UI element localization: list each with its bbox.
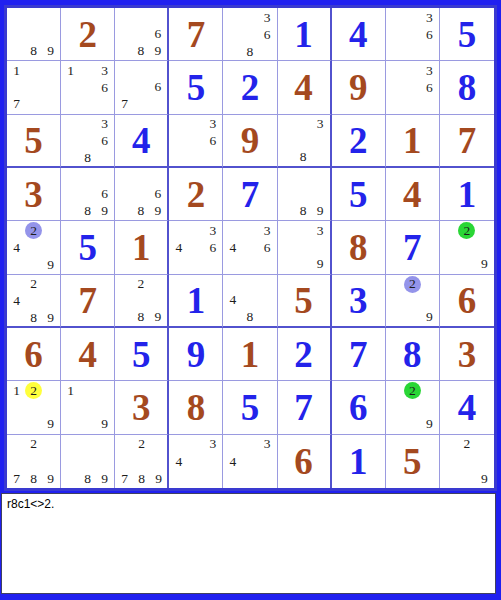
candidate-slot [241,276,258,291]
cell-r7c7[interactable]: 7 [332,328,386,381]
cell-r7c4[interactable]: 9 [169,328,223,381]
candidate-slot [62,185,79,202]
candidate-slot [224,43,241,60]
candidate-slot [312,133,329,148]
candidate-7: 7 [8,470,25,487]
candidate-slot [187,133,204,150]
candidate-slot [279,148,295,165]
cell-r7c3[interactable]: 5 [115,328,169,381]
cell-r1c1[interactable]: 89 [7,8,61,61]
cell-r6c8[interactable]: 29 [386,275,440,328]
candidate-slot [96,150,113,167]
cell-r5c9[interactable]: 29 [440,221,494,274]
candidate-grid: 67 [115,61,167,113]
candidate-6: 6 [259,26,276,43]
candidate-1: 1 [62,382,79,399]
candidate-slot [8,436,25,453]
candidate-slot [279,222,296,239]
candidate-slot [79,436,96,453]
candidate-slot: 3 [259,9,276,26]
candidate-slot: 9 [96,416,113,433]
cell-r1c7[interactable]: 4 [332,8,386,61]
candidate-3: 3 [312,222,329,239]
candidate-slot [224,222,241,239]
candidate-8: 8 [79,470,96,487]
cell-r4c2[interactable]: 689 [61,168,115,221]
cell-r7c8[interactable]: 8 [386,328,440,381]
cell-r8c9[interactable]: 4 [440,381,494,434]
candidate-slot: 6 [149,25,166,42]
cell-r5c7[interactable]: 8 [332,221,386,274]
candidate-2-highlight-purple: 2 [404,276,421,293]
candidate-slot [25,453,42,470]
candidate-3: 3 [259,222,276,239]
candidate-slot [387,308,404,325]
candidate-slot [259,276,276,291]
candidate-slot [259,470,276,487]
candidate-grid: 89 [278,168,330,220]
candidate-slot [25,96,42,113]
cell-r7c9[interactable]: 3 [440,328,494,381]
candidate-slot: 8 [132,308,149,325]
cell-r5c1[interactable]: 249 [7,221,61,274]
candidate-2: 2 [133,436,150,453]
candidate-slot: 6 [259,26,276,43]
candidate-slot [133,453,150,470]
candidate-slot [187,436,204,453]
cell-r8c4[interactable]: 8 [169,381,223,434]
candidate-4: 4 [170,453,187,470]
candidate-slot [295,169,312,186]
candidate-slot [79,185,96,202]
cell-r2c2[interactable]: 136 [61,61,115,114]
cell-r5c2[interactable]: 5 [61,221,115,274]
cell-r3c7[interactable]: 2 [332,115,386,168]
candidate-slot [259,256,276,272]
cell-r9c3[interactable]: 2789 [115,435,169,488]
candidate-slot [441,256,458,273]
candidate-slot: 9 [42,416,59,433]
candidate-slot: 3 [96,62,113,79]
candidate-slot [404,79,421,96]
candidate-8: 8 [25,310,42,327]
solved-digit: 5 [241,389,260,426]
candidate-9: 9 [42,416,59,433]
solved-digit: 1 [349,443,368,480]
solved-digit: 5 [78,229,97,266]
candidate-slot [42,26,59,43]
cell-r2c6[interactable]: 4 [278,61,332,114]
cell-r9c9[interactable]: 29 [440,435,494,488]
candidate-slot [96,399,113,415]
cell-r3c8[interactable]: 1 [386,115,440,168]
cell-r6c9[interactable]: 6 [440,275,494,328]
cell-r1c5[interactable]: 368 [223,8,277,61]
candidate-slot [241,239,258,256]
candidate-3: 3 [312,116,329,133]
candidate-8: 8 [295,148,312,165]
candidate-slot [187,470,204,487]
candidate-9: 9 [149,42,166,59]
candidate-grid: 2789 [115,435,167,488]
candidate-slot: 9 [312,202,329,219]
candidate-slot: 9 [42,310,59,327]
cell-r5c8[interactable]: 7 [386,221,440,274]
cell-r2c9[interactable]: 8 [440,61,494,114]
candidate-8: 8 [79,150,96,167]
cell-r3c1[interactable]: 5 [7,115,61,168]
candidate-grid: 689 [115,168,167,220]
given-digit: 3 [458,336,477,373]
cell-r7c2[interactable]: 4 [61,328,115,381]
candidate-slot [295,186,312,203]
candidate-slot [458,256,475,273]
cell-r9c4[interactable]: 34 [169,435,223,488]
candidate-slot: 2 [458,222,475,239]
candidate-slot [62,150,79,167]
candidate-8: 8 [241,308,258,325]
candidate-6: 6 [96,133,113,150]
candidate-slot: 3 [421,62,438,79]
candidate-slot [62,96,79,112]
candidate-slot: 2 [133,436,150,453]
cell-r1c4[interactable]: 7 [169,8,223,61]
cell-r2c4[interactable]: 5 [169,61,223,114]
candidate-9: 9 [312,202,329,219]
cell-r4c1[interactable]: 3 [7,168,61,221]
candidate-slot [224,470,241,487]
candidate-slot: 9 [42,256,59,273]
solved-digit: 2 [294,336,313,373]
candidate-slot [279,202,295,219]
candidate-3: 3 [96,62,113,79]
candidate-slot [133,79,149,96]
candidate-slot: 6 [149,79,166,96]
candidate-slot: 9 [476,256,493,273]
cell-r2c3[interactable]: 67 [115,61,169,114]
cell-r5c3[interactable]: 1 [115,221,169,274]
candidate-slot: 8 [25,42,42,59]
candidate-slot [149,276,166,293]
candidate-3: 3 [259,436,276,453]
cell-r9c7[interactable]: 1 [332,435,386,488]
candidate-slot [404,9,421,26]
candidate-slot: 7 [116,470,133,487]
candidate-slot [116,79,133,96]
candidate-slot: 6 [421,26,438,43]
cell-r8c5[interactable]: 5 [223,381,277,434]
given-digit: 1 [403,122,422,159]
candidate-6: 6 [259,239,276,256]
candidate-slot [42,399,59,415]
cell-r5c6[interactable]: 39 [278,221,332,274]
candidate-slot [133,62,149,78]
solved-digit: 5 [132,336,151,373]
candidate-slot [42,276,59,293]
candidate-grid: 2789 [7,435,60,488]
candidate-4: 4 [170,239,187,256]
cell-r4c9[interactable]: 1 [440,168,494,221]
candidate-slot [25,256,42,273]
candidate-slot [441,222,458,239]
candidate-slot [79,116,96,133]
candidate-1: 1 [8,382,25,399]
candidate-slot [42,222,59,239]
candidate-slot: 2 [404,382,421,399]
cell-r4c8[interactable]: 4 [386,168,440,221]
candidate-2: 2 [25,276,42,293]
cell-r1c3[interactable]: 689 [115,8,169,61]
candidate-slot [42,96,59,113]
cell-r9c6[interactable]: 6 [278,435,332,488]
candidate-slot: 6 [96,79,113,96]
candidate-slot [170,256,187,272]
candidate-slot [149,96,166,113]
cell-r4c6[interactable]: 89 [278,168,332,221]
candidate-slot: 8 [79,470,96,487]
candidate-slot: 8 [79,150,96,167]
candidate-slot [404,62,421,79]
given-digit: 4 [78,336,97,373]
candidate-3: 3 [421,9,438,26]
cell-r4c3[interactable]: 689 [115,168,169,221]
candidate-9: 9 [421,308,438,325]
candidate-slot: 3 [312,116,329,133]
cell-r6c5[interactable]: 48 [223,275,277,328]
candidate-slot: 8 [79,202,96,219]
candidate-4: 4 [8,239,25,256]
cell-r6c1[interactable]: 2489 [7,275,61,328]
candidate-grid: 2489 [7,275,60,326]
candidate-slot [404,416,421,433]
cell-r5c5[interactable]: 346 [223,221,277,274]
candidate-grid: 29 [386,381,439,433]
cell-r8c1[interactable]: 129 [7,381,61,434]
candidate-9: 9 [149,202,166,219]
candidate-8: 8 [295,202,312,219]
candidate-grid: 346 [223,221,276,273]
cell-r3c6[interactable]: 38 [278,115,332,168]
candidate-8: 8 [25,470,42,487]
cell-r5c4[interactable]: 346 [169,221,223,274]
candidate-slot [224,256,241,272]
cell-r8c3[interactable]: 3 [115,381,169,434]
candidate-9: 9 [96,470,113,487]
candidate-slot [25,239,42,256]
candidate-slot [42,79,59,95]
candidate-slot [458,470,475,487]
candidate-8: 8 [132,202,149,219]
candidate-slot [62,202,79,219]
given-digit: 1 [241,336,260,373]
cell-r1c8[interactable]: 36 [386,8,440,61]
cell-r3c2[interactable]: 368 [61,115,115,168]
solver-message-area: r8c1<>2. [1,493,496,594]
cell-r9c2[interactable]: 89 [61,435,115,488]
candidate-grid: 136 [61,61,114,113]
candidate-slot: 1 [62,382,79,399]
candidate-slot [116,42,132,59]
given-digit: 7 [458,122,477,159]
candidate-slot: 3 [204,436,221,453]
candidate-7: 7 [116,96,133,113]
candidate-grid: 89 [61,435,114,488]
cell-r8c8[interactable]: 29 [386,381,440,434]
candidate-grid: 289 [115,275,167,326]
cell-r7c5[interactable]: 1 [223,328,277,381]
candidate-slot [116,169,132,185]
cell-r6c3[interactable]: 289 [115,275,169,328]
cell-r3c3[interactable]: 4 [115,115,169,168]
cell-r3c9[interactable]: 7 [440,115,494,168]
candidate-1: 1 [8,62,25,79]
candidate-slot [421,276,438,293]
cell-r1c2[interactable]: 2 [61,8,115,61]
cell-r3c5[interactable]: 9 [223,115,277,168]
candidate-slot [404,399,421,415]
solved-digit: 8 [458,69,477,106]
given-digit: 7 [78,282,97,319]
candidate-slot: 4 [8,239,25,256]
candidate-slot: 4 [224,239,241,256]
candidate-slot [404,293,421,308]
candidate-slot [62,470,79,487]
candidate-slot: 6 [204,133,221,150]
candidate-grid: 249 [7,221,60,273]
sudoku-board: 8926897368143651713667524936853684369382… [4,5,497,491]
cell-r6c2[interactable]: 7 [61,275,115,328]
candidate-slot [259,453,276,470]
candidate-slot: 6 [149,185,166,202]
candidate-slot [387,9,404,26]
cell-r7c6[interactable]: 2 [278,328,332,381]
solved-digit: 5 [458,16,477,53]
cell-r8c6[interactable]: 7 [278,381,332,434]
cell-r6c7[interactable]: 3 [332,275,386,328]
candidate-slot [25,79,42,95]
candidate-slot [441,470,458,487]
candidate-slot [421,382,438,399]
solved-digit: 6 [349,389,368,426]
candidate-slot: 2 [404,276,421,293]
candidate-slot [116,453,133,470]
candidate-9: 9 [476,256,493,273]
candidate-slot: 4 [170,453,187,470]
candidate-slot [132,9,149,25]
candidate-slot: 9 [42,42,59,59]
cell-r8c7[interactable]: 6 [332,381,386,434]
candidate-slot: 8 [295,148,312,165]
candidate-slot: 2 [132,276,149,293]
given-digit: 5 [403,443,422,480]
candidate-9: 9 [42,310,59,327]
candidate-1: 1 [62,62,79,79]
candidate-slot: 8 [132,202,149,219]
candidate-slot [96,453,113,470]
candidate-3: 3 [204,436,221,453]
cell-r9c8[interactable]: 5 [386,435,440,488]
candidate-slot: 6 [96,185,113,202]
candidate-slot [132,293,149,308]
cell-r3c4[interactable]: 36 [169,115,223,168]
cell-r4c7[interactable]: 5 [332,168,386,221]
solved-digit: 2 [241,69,260,106]
candidate-slot [96,169,113,185]
candidate-slot: 3 [421,9,438,26]
candidate-slot: 4 [224,453,241,470]
candidate-slot [132,25,149,42]
solved-digit: 5 [349,176,368,213]
given-digit: 4 [294,69,313,106]
cell-r6c6[interactable]: 5 [278,275,332,328]
candidate-slot [170,150,187,165]
candidate-slot [62,133,79,150]
candidate-slot: 8 [241,308,258,325]
candidate-slot: 9 [149,42,166,59]
candidate-slot [241,291,258,308]
candidate-slot [42,293,59,310]
cell-r4c5[interactable]: 7 [223,168,277,221]
candidate-slot [224,308,241,325]
cell-r2c1[interactable]: 17 [7,61,61,114]
cell-r8c2[interactable]: 19 [61,381,115,434]
candidate-3: 3 [204,222,221,239]
candidate-grid: 39 [278,221,330,273]
cell-r1c6[interactable]: 1 [278,8,332,61]
candidate-2-highlight-yellow: 2 [25,382,42,399]
candidate-slot [8,42,25,59]
cell-r2c7[interactable]: 9 [332,61,386,114]
solved-digit: 7 [403,229,422,266]
candidate-slot [42,436,59,453]
candidate-slot [204,470,221,487]
cell-r6c4[interactable]: 1 [169,275,223,328]
cell-r2c8[interactable]: 36 [386,61,440,114]
cell-r7c1[interactable]: 6 [7,328,61,381]
candidate-slot [8,26,25,43]
candidate-2: 2 [25,436,42,453]
candidate-slot [170,133,187,150]
candidate-slot [295,239,312,255]
cell-r9c1[interactable]: 2789 [7,435,61,488]
candidate-slot [279,239,296,255]
candidate-6: 6 [149,79,166,96]
candidate-slot: 3 [312,222,329,239]
candidate-slot: 1 [8,382,25,399]
candidate-9: 9 [149,308,166,325]
candidate-slot [62,169,79,185]
candidate-slot [204,150,221,165]
cell-r9c5[interactable]: 34 [223,435,277,488]
candidate-9: 9 [96,202,113,219]
candidate-slot [187,256,204,272]
candidate-8: 8 [25,42,42,59]
candidate-9: 9 [42,42,59,59]
candidate-slot [404,96,421,112]
candidate-slot [441,239,458,255]
candidate-3: 3 [204,116,221,133]
candidate-slot: 1 [62,62,79,79]
candidate-slot: 8 [295,202,312,219]
candidate-slot [79,79,96,96]
candidate-slot [116,202,132,219]
candidate-slot [25,416,42,433]
cell-r2c5[interactable]: 2 [223,61,277,114]
cell-r1c9[interactable]: 5 [440,8,494,61]
solved-digit: 4 [349,16,368,53]
candidate-slot [79,96,96,112]
cell-r4c4[interactable]: 2 [169,168,223,221]
